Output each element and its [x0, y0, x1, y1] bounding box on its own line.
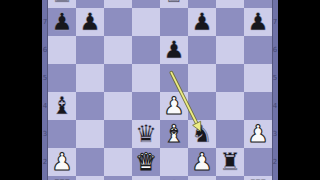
square-e6[interactable]: ♟ [160, 36, 188, 64]
square-a7[interactable]: ♟ [48, 8, 76, 36]
square-b7[interactable]: ♟ [76, 8, 104, 36]
square-c6[interactable] [104, 36, 132, 64]
square-f1[interactable] [188, 176, 216, 180]
piece-white-pawn[interactable]: ♟ [51, 148, 73, 176]
square-a8[interactable]: ♜ [48, 0, 76, 8]
chess-board-grid: ♜♚♟♟♟♟♟♝♟♛♝♞♟♟♛♟♜♜♚♜ [48, 0, 272, 180]
square-c5[interactable] [104, 64, 132, 92]
square-c3[interactable] [104, 120, 132, 148]
chess-board: ♜♚♟♟♟♟♟♝♟♛♝♞♟♟♛♟♜♜♚♜ [48, 0, 272, 180]
square-g4[interactable] [216, 92, 244, 120]
square-h6[interactable] [244, 36, 272, 64]
square-h1[interactable]: ♜ [244, 176, 272, 180]
square-e7[interactable] [160, 8, 188, 36]
piece-black-king[interactable]: ♚ [163, 0, 185, 8]
square-f7[interactable]: ♟ [188, 8, 216, 36]
square-a5[interactable] [48, 64, 76, 92]
piece-white-pawn[interactable]: ♟ [163, 92, 185, 120]
square-e2[interactable] [160, 148, 188, 176]
square-a3[interactable] [48, 120, 76, 148]
square-h4[interactable] [244, 92, 272, 120]
square-d8[interactable] [132, 0, 160, 8]
piece-black-rook[interactable]: ♜ [51, 0, 73, 8]
square-g8[interactable] [216, 0, 244, 8]
rank-labels-right: 87654321 [272, 0, 278, 180]
piece-white-rook[interactable]: ♜ [51, 176, 73, 180]
square-f5[interactable] [188, 64, 216, 92]
square-a4[interactable]: ♝ [48, 92, 76, 120]
square-c8[interactable] [104, 0, 132, 8]
square-f2[interactable]: ♟ [188, 148, 216, 176]
piece-white-pawn[interactable]: ♟ [247, 120, 269, 148]
piece-white-rook[interactable]: ♜ [247, 176, 269, 180]
square-d5[interactable] [132, 64, 160, 92]
square-h8[interactable] [244, 0, 272, 8]
square-a1[interactable]: ♜ [48, 176, 76, 180]
rank-label-3-right: 3 [272, 130, 278, 138]
piece-black-pawn[interactable]: ♟ [79, 8, 101, 36]
square-a6[interactable] [48, 36, 76, 64]
piece-white-king[interactable]: ♚ [163, 176, 185, 180]
square-d2[interactable]: ♛ [132, 148, 160, 176]
letterbox-background: 87654321 ♜♚♟♟♟♟♟♝♟♛♝♞♟♟♛♟♜♜♚♜ 87654321 [0, 0, 320, 180]
piece-white-queen[interactable]: ♛ [135, 148, 157, 176]
piece-black-rook[interactable]: ♜ [219, 148, 241, 176]
square-b1[interactable] [76, 176, 104, 180]
square-b8[interactable] [76, 0, 104, 8]
square-d6[interactable] [132, 36, 160, 64]
square-e4[interactable]: ♟ [160, 92, 188, 120]
square-d7[interactable] [132, 8, 160, 36]
piece-black-queen[interactable]: ♛ [135, 120, 157, 148]
square-d1[interactable] [132, 176, 160, 180]
rank-label-2-right: 2 [272, 158, 278, 166]
square-g2[interactable]: ♜ [216, 148, 244, 176]
piece-black-knight[interactable]: ♞ [191, 120, 213, 148]
square-e5[interactable] [160, 64, 188, 92]
piece-black-bishop[interactable]: ♝ [51, 92, 73, 120]
square-g6[interactable] [216, 36, 244, 64]
square-h2[interactable] [244, 148, 272, 176]
square-d3[interactable]: ♛ [132, 120, 160, 148]
piece-black-pawn[interactable]: ♟ [247, 8, 269, 36]
square-g7[interactable] [216, 8, 244, 36]
square-c7[interactable] [104, 8, 132, 36]
square-e1[interactable]: ♚ [160, 176, 188, 180]
rank-label-4-right: 4 [272, 102, 278, 110]
square-b4[interactable] [76, 92, 104, 120]
square-f3[interactable]: ♞ [188, 120, 216, 148]
square-b5[interactable] [76, 64, 104, 92]
square-f4[interactable] [188, 92, 216, 120]
piece-black-pawn[interactable]: ♟ [163, 36, 185, 64]
square-g3[interactable] [216, 120, 244, 148]
piece-black-pawn[interactable]: ♟ [191, 8, 213, 36]
rank-label-7-right: 7 [272, 18, 278, 26]
square-g5[interactable] [216, 64, 244, 92]
piece-white-bishop[interactable]: ♝ [163, 120, 185, 148]
square-h3[interactable]: ♟ [244, 120, 272, 148]
square-b3[interactable] [76, 120, 104, 148]
board-panel: 87654321 ♜♚♟♟♟♟♟♝♟♛♝♞♟♟♛♟♜♜♚♜ 87654321 [42, 0, 278, 180]
square-g1[interactable] [216, 176, 244, 180]
square-b2[interactable] [76, 148, 104, 176]
square-h7[interactable]: ♟ [244, 8, 272, 36]
rank-label-6-right: 6 [272, 46, 278, 54]
piece-black-pawn[interactable]: ♟ [51, 8, 73, 36]
square-c1[interactable] [104, 176, 132, 180]
square-e8[interactable]: ♚ [160, 0, 188, 8]
piece-white-pawn[interactable]: ♟ [191, 148, 213, 176]
square-e3[interactable]: ♝ [160, 120, 188, 148]
square-h5[interactable] [244, 64, 272, 92]
square-f8[interactable] [188, 0, 216, 8]
square-c4[interactable] [104, 92, 132, 120]
square-b6[interactable] [76, 36, 104, 64]
square-d4[interactable] [132, 92, 160, 120]
square-f6[interactable] [188, 36, 216, 64]
square-a2[interactable]: ♟ [48, 148, 76, 176]
square-c2[interactable] [104, 148, 132, 176]
rank-label-5-right: 5 [272, 74, 278, 82]
